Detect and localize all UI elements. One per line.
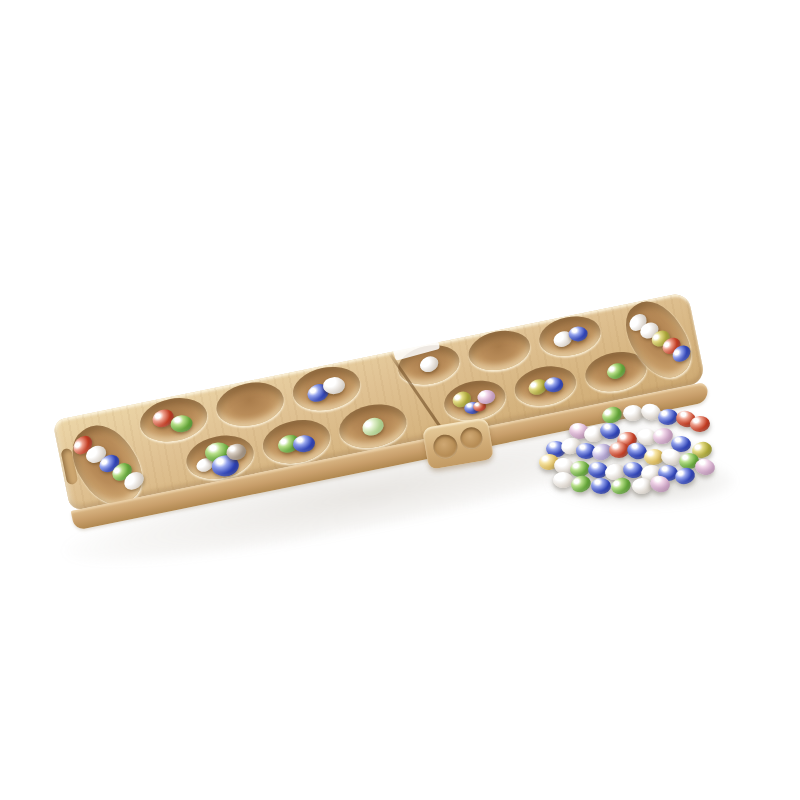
gem-clear <box>322 376 345 394</box>
hinge-pin-left <box>432 433 460 461</box>
gem-green <box>170 414 193 432</box>
gem-olive <box>690 440 713 460</box>
product-photo-scene <box>0 0 800 800</box>
gem-blue <box>292 434 315 452</box>
pit-front-4 <box>441 376 509 426</box>
gem-blue <box>568 325 588 341</box>
pit-front-5 <box>511 361 579 411</box>
gem-blue <box>670 435 692 453</box>
gem-green <box>604 360 627 381</box>
gem-blue <box>543 376 563 392</box>
gem-red <box>689 415 710 433</box>
gem-clear <box>417 353 440 374</box>
gem-light_green <box>359 414 386 438</box>
pile-shadow <box>548 455 734 507</box>
hinge-pin-right <box>459 426 484 451</box>
